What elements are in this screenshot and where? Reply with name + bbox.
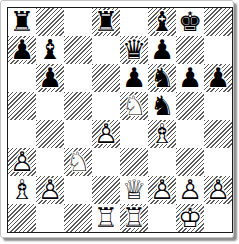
square-a6[interactable] [8, 64, 36, 92]
white-pawn-icon: ♟♙ [36, 176, 64, 204]
black-pawn-icon: ♟♟ [8, 36, 36, 64]
square-e7[interactable]: ♛♛ [120, 36, 148, 64]
black-pawn-icon: ♟♟ [36, 64, 64, 92]
square-b1[interactable] [36, 204, 64, 232]
square-g2[interactable]: ♟♙ [176, 176, 204, 204]
black-pawn-icon: ♟♟ [176, 64, 204, 92]
square-b6[interactable]: ♟♟ [36, 64, 64, 92]
square-d1[interactable]: ♜♖ [92, 204, 120, 232]
square-b7[interactable]: ♝♝ [36, 36, 64, 64]
square-d5[interactable] [92, 92, 120, 120]
black-pawn-icon: ♟♟ [148, 36, 176, 64]
square-f1[interactable] [148, 204, 176, 232]
square-c8[interactable] [64, 8, 92, 36]
square-f2[interactable]: ♟♙ [148, 176, 176, 204]
square-d4[interactable]: ♟♙ [92, 120, 120, 148]
square-a8[interactable]: ♜♜ [8, 8, 36, 36]
square-f3[interactable] [148, 148, 176, 176]
square-g8[interactable]: ♚♚ [176, 8, 204, 36]
square-d6[interactable] [92, 64, 120, 92]
square-h5[interactable] [204, 92, 232, 120]
square-h3[interactable] [204, 148, 232, 176]
square-f4[interactable]: ♝♗ [148, 120, 176, 148]
square-h2[interactable]: ♟♙ [204, 176, 232, 204]
white-rook-icon: ♜♖ [92, 204, 120, 232]
black-pawn-icon: ♟♟ [204, 64, 232, 92]
white-pawn-icon: ♟♙ [204, 176, 232, 204]
white-king-icon: ♚♔ [176, 204, 204, 232]
square-e6[interactable]: ♟♟ [120, 64, 148, 92]
square-c1[interactable] [64, 204, 92, 232]
square-a5[interactable] [8, 92, 36, 120]
white-pawn-icon: ♟♙ [8, 148, 36, 176]
diagram-card: ♜♜♜♜♝♝♚♚♟♟♝♝♛♛♟♟♟♟♟♟♞♞♟♟♟♟♞♘♞♞♟♙♝♗♟♙♞♘♝♗… [0, 0, 234, 238]
square-g4[interactable] [176, 120, 204, 148]
white-knight-icon: ♞♘ [120, 92, 148, 120]
square-c6[interactable] [64, 64, 92, 92]
black-knight-icon: ♞♞ [148, 64, 176, 92]
square-b5[interactable] [36, 92, 64, 120]
white-pawn-icon: ♟♙ [148, 176, 176, 204]
square-h1[interactable] [204, 204, 232, 232]
square-c7[interactable] [64, 36, 92, 64]
black-knight-icon: ♞♞ [148, 92, 176, 120]
square-a3[interactable]: ♟♙ [8, 148, 36, 176]
square-c5[interactable] [64, 92, 92, 120]
square-f7[interactable]: ♟♟ [148, 36, 176, 64]
square-f5[interactable]: ♞♞ [148, 92, 176, 120]
square-d7[interactable] [92, 36, 120, 64]
square-e5[interactable]: ♞♘ [120, 92, 148, 120]
black-bishop-icon: ♝♝ [36, 36, 64, 64]
square-g5[interactable] [176, 92, 204, 120]
square-h7[interactable] [204, 36, 232, 64]
square-g1[interactable]: ♚♔ [176, 204, 204, 232]
white-queen-icon: ♛♕ [120, 176, 148, 204]
white-bishop-icon: ♝♗ [148, 120, 176, 148]
black-king-icon: ♚♚ [176, 8, 204, 36]
square-a7[interactable]: ♟♟ [8, 36, 36, 64]
black-bishop-icon: ♝♝ [148, 8, 176, 36]
square-d3[interactable] [92, 148, 120, 176]
square-f8[interactable]: ♝♝ [148, 8, 176, 36]
square-g6[interactable]: ♟♟ [176, 64, 204, 92]
white-pawn-icon: ♟♙ [92, 120, 120, 148]
square-h8[interactable] [204, 8, 232, 36]
square-c3[interactable]: ♞♘ [64, 148, 92, 176]
chess-board: ♜♜♜♜♝♝♚♚♟♟♝♝♛♛♟♟♟♟♟♟♞♞♟♟♟♟♞♘♞♞♟♙♝♗♟♙♞♘♝♗… [7, 7, 233, 233]
square-g7[interactable] [176, 36, 204, 64]
square-a1[interactable] [8, 204, 36, 232]
square-e8[interactable] [120, 8, 148, 36]
white-bishop-icon: ♝♗ [8, 176, 36, 204]
square-e2[interactable]: ♛♕ [120, 176, 148, 204]
white-knight-icon: ♞♘ [64, 148, 92, 176]
square-c4[interactable] [64, 120, 92, 148]
square-a2[interactable]: ♝♗ [8, 176, 36, 204]
square-f6[interactable]: ♞♞ [148, 64, 176, 92]
square-d8[interactable]: ♜♜ [92, 8, 120, 36]
square-h4[interactable] [204, 120, 232, 148]
square-b2[interactable]: ♟♙ [36, 176, 64, 204]
white-rook-icon: ♜♖ [120, 204, 148, 232]
square-e1[interactable]: ♜♖ [120, 204, 148, 232]
square-b3[interactable] [36, 148, 64, 176]
square-g3[interactable] [176, 148, 204, 176]
black-rook-icon: ♜♜ [8, 8, 36, 36]
square-e4[interactable] [120, 120, 148, 148]
square-c2[interactable] [64, 176, 92, 204]
black-queen-icon: ♛♛ [120, 36, 148, 64]
square-h6[interactable]: ♟♟ [204, 64, 232, 92]
square-d2[interactable] [92, 176, 120, 204]
black-rook-icon: ♜♜ [92, 8, 120, 36]
white-pawn-icon: ♟♙ [176, 176, 204, 204]
square-a4[interactable] [8, 120, 36, 148]
square-b4[interactable] [36, 120, 64, 148]
square-b8[interactable] [36, 8, 64, 36]
black-pawn-icon: ♟♟ [120, 64, 148, 92]
square-e3[interactable] [120, 148, 148, 176]
